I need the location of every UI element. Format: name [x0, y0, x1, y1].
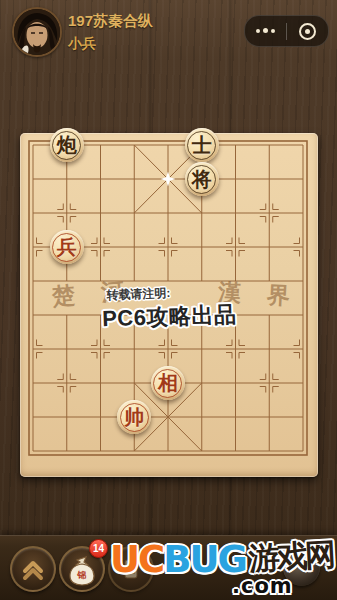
more-icon [256, 29, 260, 33]
bottom-bar: 锦 [0, 535, 337, 600]
piece-red-general[interactable]: 帅 [117, 400, 151, 434]
game-screen: 197苏秦合纵 小兵 楚 河 漢 界 炮士将兵相帅 转载请注明: PC6攻略出品 [0, 0, 337, 600]
chevron-up-icon [16, 552, 50, 586]
expand-button[interactable] [10, 546, 56, 592]
piece-red-soldier[interactable]: 兵 [50, 230, 84, 264]
pieces-layer: 炮士将兵相帅 [16, 128, 320, 468]
top-bar: 197苏秦合纵 小兵 [0, 0, 337, 70]
miniprogram-capsule [244, 15, 329, 47]
scroll-icon [114, 552, 148, 586]
hidden-button[interactable] [108, 546, 154, 592]
level-title: 197苏秦合纵 [68, 11, 153, 31]
more-options-button[interactable] [245, 16, 286, 46]
player-rank: 小兵 [68, 34, 153, 53]
svg-text:锦: 锦 [77, 570, 87, 580]
highlight-marker [160, 172, 175, 187]
piece-black-advisor[interactable]: 士 [185, 128, 219, 162]
header-titles: 197苏秦合纵 小兵 [68, 11, 153, 53]
badge-count: 14 [89, 539, 108, 558]
piece-black-general[interactable]: 将 [185, 162, 219, 196]
piece-red-elephant[interactable]: 相 [151, 366, 185, 400]
avatar[interactable] [12, 7, 62, 57]
avatar-portrait [14, 9, 60, 55]
xiangqi-board: 楚 河 漢 界 炮士将兵相帅 转载请注明: PC6攻略出品 [20, 133, 318, 477]
record-circle-icon [299, 23, 316, 40]
stone-button[interactable] [283, 549, 320, 586]
piece-black-cannon[interactable]: 炮 [50, 128, 84, 162]
exit-button[interactable] [287, 16, 328, 46]
